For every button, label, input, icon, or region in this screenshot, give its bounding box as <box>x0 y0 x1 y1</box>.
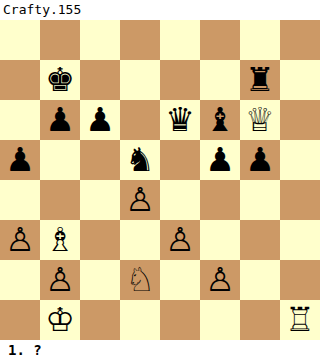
piece-black-king: ♚ <box>40 60 80 100</box>
square-e3[interactable]: ♙ <box>160 220 200 260</box>
square-d5[interactable]: ♞ <box>120 140 160 180</box>
square-g4[interactable] <box>240 180 280 220</box>
square-d3[interactable] <box>120 220 160 260</box>
square-b1[interactable]: ♔ <box>40 300 80 340</box>
square-c3[interactable] <box>80 220 120 260</box>
piece-white-bishop: ♗ <box>40 220 80 260</box>
square-g7[interactable]: ♜ <box>240 60 280 100</box>
piece-black-pawn: ♟ <box>40 100 80 140</box>
piece-white-king: ♔ <box>40 300 80 340</box>
square-e4[interactable] <box>160 180 200 220</box>
square-e1[interactable] <box>160 300 200 340</box>
piece-black-pawn: ♟ <box>200 140 240 180</box>
piece-white-pawn: ♙ <box>0 220 40 260</box>
square-c6[interactable]: ♟ <box>80 100 120 140</box>
square-a6[interactable] <box>0 100 40 140</box>
square-e5[interactable] <box>160 140 200 180</box>
square-c5[interactable] <box>80 140 120 180</box>
square-g5[interactable]: ♟ <box>240 140 280 180</box>
square-e8[interactable] <box>160 20 200 60</box>
square-c8[interactable] <box>80 20 120 60</box>
square-f1[interactable] <box>200 300 240 340</box>
piece-black-bishop: ♝ <box>200 100 240 140</box>
square-f6[interactable]: ♝ <box>200 100 240 140</box>
square-c7[interactable] <box>80 60 120 100</box>
square-e6[interactable]: ♛ <box>160 100 200 140</box>
square-h7[interactable] <box>280 60 320 100</box>
square-g8[interactable] <box>240 20 280 60</box>
square-d2[interactable]: ♘ <box>120 260 160 300</box>
square-h2[interactable] <box>280 260 320 300</box>
piece-black-pawn: ♟ <box>240 140 280 180</box>
square-a7[interactable] <box>0 60 40 100</box>
square-g2[interactable] <box>240 260 280 300</box>
square-g3[interactable] <box>240 220 280 260</box>
square-f2[interactable]: ♙ <box>200 260 240 300</box>
square-b7[interactable]: ♚ <box>40 60 80 100</box>
square-d6[interactable] <box>120 100 160 140</box>
piece-black-pawn: ♟ <box>0 140 40 180</box>
square-h4[interactable] <box>280 180 320 220</box>
square-c4[interactable] <box>80 180 120 220</box>
status-bar: 1. ? <box>0 340 320 360</box>
square-b8[interactable] <box>40 20 80 60</box>
chess-app-window: Crafty.155 ♚♜♟♟♛♝♕♟♞♟♟♙♙♗♙♙♘♙♔♖ 1. ? <box>0 0 320 360</box>
piece-white-pawn: ♙ <box>40 260 80 300</box>
piece-black-rook: ♜ <box>240 60 280 100</box>
page-title: Crafty.155 <box>0 0 81 20</box>
piece-white-queen: ♕ <box>240 100 280 140</box>
piece-black-pawn: ♟ <box>80 100 120 140</box>
square-d7[interactable] <box>120 60 160 100</box>
move-prompt: 1. ? <box>0 340 42 360</box>
square-a2[interactable] <box>0 260 40 300</box>
square-d4[interactable]: ♙ <box>120 180 160 220</box>
square-c2[interactable] <box>80 260 120 300</box>
square-a1[interactable] <box>0 300 40 340</box>
square-a5[interactable]: ♟ <box>0 140 40 180</box>
square-e2[interactable] <box>160 260 200 300</box>
chess-board: ♚♜♟♟♛♝♕♟♞♟♟♙♙♗♙♙♘♙♔♖ <box>0 20 320 340</box>
square-a4[interactable] <box>0 180 40 220</box>
square-d1[interactable] <box>120 300 160 340</box>
square-e7[interactable] <box>160 60 200 100</box>
piece-white-pawn: ♙ <box>160 220 200 260</box>
square-h5[interactable] <box>280 140 320 180</box>
square-h8[interactable] <box>280 20 320 60</box>
piece-white-rook: ♖ <box>280 300 320 340</box>
title-bar: Crafty.155 <box>0 0 320 20</box>
piece-white-pawn: ♙ <box>120 180 160 220</box>
square-a8[interactable] <box>0 20 40 60</box>
square-h3[interactable] <box>280 220 320 260</box>
square-b6[interactable]: ♟ <box>40 100 80 140</box>
square-f7[interactable] <box>200 60 240 100</box>
piece-white-pawn: ♙ <box>200 260 240 300</box>
square-f5[interactable]: ♟ <box>200 140 240 180</box>
square-b4[interactable] <box>40 180 80 220</box>
square-b5[interactable] <box>40 140 80 180</box>
square-h6[interactable] <box>280 100 320 140</box>
square-f8[interactable] <box>200 20 240 60</box>
piece-black-knight: ♞ <box>120 140 160 180</box>
square-a3[interactable]: ♙ <box>0 220 40 260</box>
piece-white-knight: ♘ <box>120 260 160 300</box>
square-f3[interactable] <box>200 220 240 260</box>
square-g6[interactable]: ♕ <box>240 100 280 140</box>
square-c1[interactable] <box>80 300 120 340</box>
square-b2[interactable]: ♙ <box>40 260 80 300</box>
square-b3[interactable]: ♗ <box>40 220 80 260</box>
piece-black-queen: ♛ <box>160 100 200 140</box>
square-h1[interactable]: ♖ <box>280 300 320 340</box>
square-f4[interactable] <box>200 180 240 220</box>
square-d8[interactable] <box>120 20 160 60</box>
square-g1[interactable] <box>240 300 280 340</box>
